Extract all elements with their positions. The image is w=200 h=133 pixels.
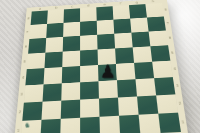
square-a8 xyxy=(31,10,48,24)
square-b5 xyxy=(44,52,62,69)
square-a3 xyxy=(24,84,44,102)
square-b6 xyxy=(45,37,63,53)
square-g4 xyxy=(134,62,154,79)
rank-label-right-5: 5 xyxy=(171,51,174,54)
square-g5 xyxy=(133,46,153,63)
rank-label-left-5: 5 xyxy=(23,60,26,63)
square-e2 xyxy=(99,98,119,117)
square-c1 xyxy=(60,118,80,133)
chess-board: abcdefgh abcdefgh 87654321 87654321 ♟♞ xyxy=(13,0,188,133)
square-g1 xyxy=(139,114,161,133)
square-a2 xyxy=(22,102,42,121)
square-f3 xyxy=(117,79,137,97)
square-e1 xyxy=(100,116,121,133)
square-h6 xyxy=(149,30,168,46)
square-c2 xyxy=(61,100,80,119)
rank-label-right-7: 7 xyxy=(166,22,169,25)
square-c4 xyxy=(62,66,80,83)
rank-label-left-6: 6 xyxy=(25,45,28,48)
rank-label-left-1: 1 xyxy=(17,128,20,132)
square-e8 xyxy=(96,6,113,20)
square-e7 xyxy=(97,20,115,35)
carpet-background: abcdefgh abcdefgh 87654321 87654321 ♟♞ xyxy=(0,0,200,133)
square-d3 xyxy=(80,81,99,99)
square-e4: ♟ xyxy=(98,64,117,81)
rank-label-right-1: 1 xyxy=(181,120,184,124)
square-c5 xyxy=(62,51,80,68)
square-d7 xyxy=(80,21,97,36)
square-c7 xyxy=(63,22,80,37)
square-h2 xyxy=(156,94,178,113)
square-c3 xyxy=(61,82,80,100)
square-g7 xyxy=(130,18,148,33)
rank-label-left-2: 2 xyxy=(18,110,21,114)
square-e6 xyxy=(97,34,115,50)
rank-label-left-4: 4 xyxy=(22,76,25,80)
square-b8 xyxy=(47,9,64,23)
square-e3 xyxy=(98,80,117,98)
square-d6 xyxy=(80,35,97,51)
square-d5 xyxy=(80,49,98,66)
square-a4 xyxy=(25,68,44,85)
square-d8 xyxy=(80,7,97,21)
board-grid: ♟♞ xyxy=(21,3,181,133)
square-a5 xyxy=(27,53,46,70)
square-h1 xyxy=(158,113,181,133)
square-b3 xyxy=(43,83,62,101)
square-h4 xyxy=(152,61,173,78)
rank-label-right-2: 2 xyxy=(178,101,181,105)
rank-label-left-8: 8 xyxy=(27,17,30,20)
rank-label-right-3: 3 xyxy=(176,84,179,88)
square-c8 xyxy=(64,8,81,22)
rank-label-right-8: 8 xyxy=(164,8,167,11)
square-g8 xyxy=(129,4,147,18)
rank-label-right-6: 6 xyxy=(168,36,171,39)
square-f5 xyxy=(115,47,134,64)
square-g6 xyxy=(131,32,150,48)
square-h8 xyxy=(145,3,163,17)
black-piece-e4: ♟ xyxy=(100,63,116,80)
square-d1 xyxy=(80,117,100,133)
square-c6 xyxy=(63,36,80,52)
square-a1: ♞ xyxy=(21,120,42,133)
square-g2 xyxy=(137,95,158,114)
square-d2 xyxy=(80,99,99,118)
square-f2 xyxy=(118,96,139,115)
square-g3 xyxy=(135,78,156,96)
square-h3 xyxy=(154,77,175,95)
square-f1 xyxy=(119,115,140,133)
rank-label-left-3: 3 xyxy=(20,92,23,96)
square-f4 xyxy=(116,63,136,80)
square-b2 xyxy=(41,101,61,120)
rank-label-right-4: 4 xyxy=(173,67,176,71)
square-b1 xyxy=(40,119,60,133)
square-a7 xyxy=(29,24,47,39)
brand-logo-knight-icon: ♞ xyxy=(24,122,31,129)
square-f8 xyxy=(113,5,131,19)
square-d4 xyxy=(80,65,98,82)
rank-label-left-7: 7 xyxy=(26,30,29,33)
square-b7 xyxy=(46,23,63,38)
square-h5 xyxy=(150,45,170,62)
square-f6 xyxy=(114,33,132,49)
square-h7 xyxy=(147,16,166,31)
square-f7 xyxy=(113,19,131,34)
square-b4 xyxy=(44,67,63,84)
square-a6 xyxy=(28,38,46,54)
